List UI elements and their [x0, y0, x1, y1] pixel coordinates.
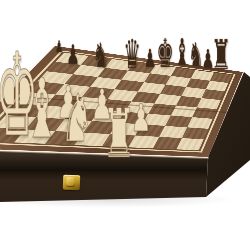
chess-set-photo: ♟♟♞♛♟♚♝♞♟♜♚♝♟♞♟♜♟	[0, 0, 250, 250]
chessboard-squares	[0, 53, 232, 151]
latch-hasp	[66, 177, 75, 187]
brass-latch	[63, 175, 81, 191]
chessboard-surface	[0, 46, 243, 157]
square-h1	[176, 138, 203, 150]
